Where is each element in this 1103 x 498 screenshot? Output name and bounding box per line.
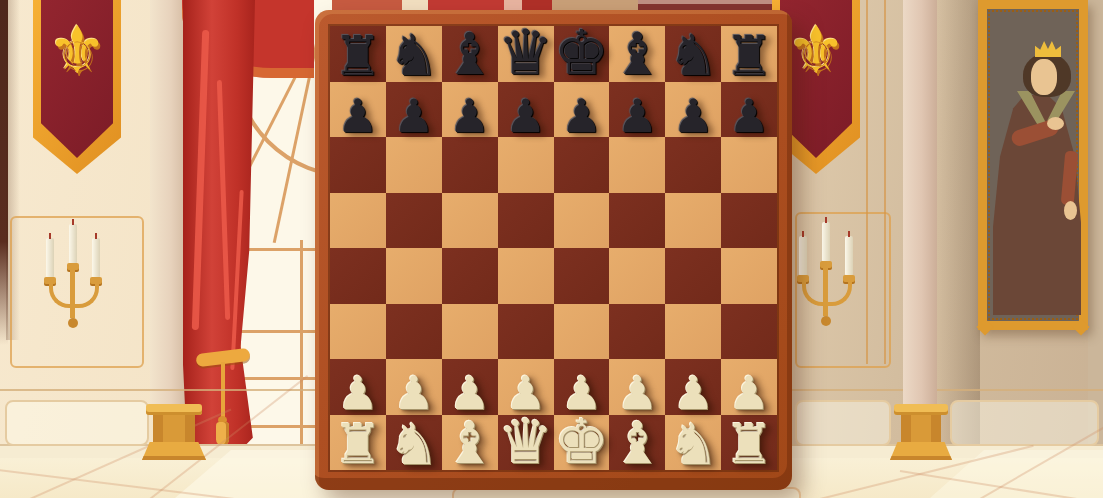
- square-a7[interactable]: ♟: [330, 82, 386, 138]
- candelabra-stem: [823, 266, 828, 316]
- pedestal-top: [894, 404, 948, 415]
- square-d8[interactable]: ♛: [498, 26, 554, 82]
- portrait-hand: [1047, 117, 1064, 130]
- square-c8[interactable]: ♝: [442, 26, 498, 82]
- square-a5[interactable]: [330, 193, 386, 249]
- square-g1[interactable]: ♞: [665, 415, 721, 471]
- throne-room-scene: ⚜ ⚜: [0, 0, 1103, 498]
- candelabra-arm: [826, 282, 852, 306]
- pedestal-top: [146, 404, 202, 415]
- square-e8[interactable]: ♚: [554, 26, 610, 82]
- wall-trim-line: [884, 0, 886, 364]
- square-g8[interactable]: ♞: [665, 26, 721, 82]
- black-pawn[interactable]: ♟: [393, 95, 434, 137]
- square-d1[interactable]: ♛: [498, 415, 554, 471]
- square-f4[interactable]: [609, 248, 665, 304]
- square-g2[interactable]: ♟: [665, 359, 721, 415]
- candelabra-finial: [821, 316, 831, 326]
- candle-cup: [843, 275, 855, 282]
- square-f7[interactable]: ♟: [609, 82, 665, 138]
- square-e1[interactable]: ♚: [554, 415, 610, 471]
- wainscot-panel: [5, 400, 149, 446]
- pedestal-mid: [901, 415, 941, 443]
- square-b1[interactable]: ♞: [386, 415, 442, 471]
- white-bishop[interactable]: ♝: [611, 417, 663, 470]
- candle-cup: [797, 275, 809, 282]
- square-c5[interactable]: [442, 193, 498, 249]
- candelabra-stem: [70, 268, 75, 318]
- right-wall-edge: [1088, 0, 1103, 460]
- white-pawn[interactable]: ♟: [337, 372, 378, 414]
- black-pawn[interactable]: ♟: [505, 95, 546, 137]
- square-b7[interactable]: ♟: [386, 82, 442, 138]
- fleur-de-lis-icon: ⚜: [33, 18, 121, 84]
- square-h1[interactable]: ♜: [721, 415, 777, 471]
- candelabra-left: [40, 222, 106, 332]
- white-rook[interactable]: ♜: [725, 419, 774, 470]
- square-f8[interactable]: ♝: [609, 26, 665, 82]
- white-pawn[interactable]: ♟: [673, 372, 714, 414]
- heraldic-banner-left: ⚜: [33, 0, 121, 174]
- square-d3[interactable]: [498, 304, 554, 360]
- black-pawn[interactable]: ♟: [673, 95, 714, 137]
- square-h6[interactable]: [721, 137, 777, 193]
- square-c4[interactable]: [442, 248, 498, 304]
- white-bishop[interactable]: ♝: [444, 417, 496, 470]
- white-king[interactable]: ♚: [554, 413, 610, 470]
- square-e7[interactable]: ♟: [554, 82, 610, 138]
- square-b2[interactable]: ♟: [386, 359, 442, 415]
- wainscot-panel: [950, 400, 1099, 446]
- square-e4[interactable]: [554, 248, 610, 304]
- black-pawn[interactable]: ♟: [449, 95, 490, 137]
- chess-board-frame: ♜♞♝♛♚♝♞♜♟♟♟♟♟♟♟♟♟♟♟♟♟♟♟♟♜♞♝♛♚♝♞♜: [315, 10, 792, 490]
- square-d6[interactable]: [498, 137, 554, 193]
- curtain-fold: [192, 30, 209, 330]
- square-e5[interactable]: [554, 193, 610, 249]
- white-knight[interactable]: ♞: [388, 418, 439, 470]
- candelabra-arm: [73, 284, 99, 308]
- square-c6[interactable]: [442, 137, 498, 193]
- pedestal-base: [142, 442, 206, 460]
- left-pedestal: [146, 404, 202, 460]
- square-a2[interactable]: ♟: [330, 359, 386, 415]
- black-pawn[interactable]: ♟: [729, 95, 770, 137]
- square-f6[interactable]: [609, 137, 665, 193]
- square-f1[interactable]: ♝: [609, 415, 665, 471]
- candle: [92, 238, 100, 278]
- square-h4[interactable]: [721, 248, 777, 304]
- queen-portrait-tapestry: [978, 0, 1088, 330]
- square-a4[interactable]: [330, 248, 386, 304]
- square-b5[interactable]: [386, 193, 442, 249]
- candelabra-finial: [68, 318, 78, 328]
- wainscot-panel: [795, 400, 891, 446]
- candelabra-right: [793, 220, 859, 330]
- square-b3[interactable]: [386, 304, 442, 360]
- candle: [845, 236, 853, 276]
- square-e3[interactable]: [554, 304, 610, 360]
- portrait-hand: [1064, 201, 1077, 220]
- black-bishop[interactable]: ♝: [444, 28, 496, 81]
- black-rook[interactable]: ♜: [333, 31, 382, 82]
- candle: [69, 224, 77, 264]
- square-f2[interactable]: ♟: [609, 359, 665, 415]
- square-b6[interactable]: [386, 137, 442, 193]
- square-h3[interactable]: [721, 304, 777, 360]
- square-a8[interactable]: ♜: [330, 26, 386, 82]
- black-rook[interactable]: ♜: [725, 31, 774, 82]
- black-bishop[interactable]: ♝: [611, 28, 663, 81]
- black-king[interactable]: ♚: [554, 24, 610, 81]
- square-c2[interactable]: ♟: [442, 359, 498, 415]
- candle: [799, 236, 807, 276]
- left-pillar: [150, 0, 188, 406]
- portrait-face: [1031, 59, 1057, 95]
- white-rook[interactable]: ♜: [333, 419, 382, 470]
- square-a6[interactable]: [330, 137, 386, 193]
- candle-cup: [90, 277, 102, 284]
- candle: [822, 222, 830, 262]
- window-mullion: [300, 240, 303, 455]
- square-g3[interactable]: [665, 304, 721, 360]
- black-pawn[interactable]: ♟: [617, 95, 658, 137]
- wall-trim-line: [866, 0, 868, 364]
- square-f3[interactable]: [609, 304, 665, 360]
- square-g6[interactable]: [665, 137, 721, 193]
- square-h5[interactable]: [721, 193, 777, 249]
- pedestal-mid: [153, 415, 195, 443]
- black-pawn[interactable]: ♟: [337, 95, 378, 137]
- white-knight[interactable]: ♞: [668, 418, 719, 470]
- square-d4[interactable]: [498, 248, 554, 304]
- square-b8[interactable]: ♞: [386, 26, 442, 82]
- square-c1[interactable]: ♝: [442, 415, 498, 471]
- red-curtain: [183, 0, 255, 456]
- right-wall-shade: [938, 0, 980, 452]
- square-h8[interactable]: ♜: [721, 26, 777, 82]
- white-pawn[interactable]: ♟: [393, 372, 434, 414]
- square-h2[interactable]: ♟: [721, 359, 777, 415]
- tapestry-fringe: [983, 321, 1083, 330]
- square-d7[interactable]: ♟: [498, 82, 554, 138]
- chess-board[interactable]: ♜♞♝♛♚♝♞♜♟♟♟♟♟♟♟♟♟♟♟♟♟♟♟♟♜♞♝♛♚♝♞♜: [330, 26, 777, 470]
- black-queen[interactable]: ♛: [498, 24, 554, 81]
- square-e6[interactable]: [554, 137, 610, 193]
- pedestal-base: [890, 442, 952, 460]
- black-pawn[interactable]: ♟: [561, 95, 602, 137]
- right-pillar: [903, 0, 937, 406]
- square-d5[interactable]: [498, 193, 554, 249]
- white-pawn[interactable]: ♟: [729, 372, 770, 414]
- black-knight[interactable]: ♞: [388, 29, 439, 81]
- candle: [46, 238, 54, 278]
- white-queen[interactable]: ♛: [498, 413, 554, 470]
- square-g4[interactable]: [665, 248, 721, 304]
- square-a1[interactable]: ♜: [330, 415, 386, 471]
- square-b4[interactable]: [386, 248, 442, 304]
- square-g7[interactable]: ♟: [665, 82, 721, 138]
- square-a3[interactable]: [330, 304, 386, 360]
- curtain-fold: [217, 80, 230, 320]
- square-f5[interactable]: [609, 193, 665, 249]
- square-h7[interactable]: ♟: [721, 82, 777, 138]
- right-pedestal: [894, 404, 948, 460]
- candle-cup: [44, 277, 56, 284]
- black-knight[interactable]: ♞: [668, 29, 719, 81]
- square-c7[interactable]: ♟: [442, 82, 498, 138]
- square-c3[interactable]: [442, 304, 498, 360]
- square-g5[interactable]: [665, 193, 721, 249]
